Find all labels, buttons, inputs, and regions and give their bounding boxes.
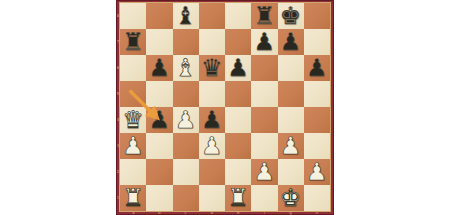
square-e3[interactable] <box>225 133 251 159</box>
square-b2[interactable] <box>146 159 172 185</box>
square-g7[interactable]: ♟ <box>278 29 304 55</box>
square-f5[interactable] <box>251 81 277 107</box>
square-b6[interactable]: ♟ <box>146 55 172 81</box>
square-h4[interactable] <box>304 107 330 133</box>
square-a3[interactable]: ♟ <box>120 133 146 159</box>
square-f4[interactable] <box>251 107 277 133</box>
file-label-b: b <box>156 211 162 215</box>
square-h7[interactable] <box>304 29 330 55</box>
square-d3[interactable]: ♟ <box>199 133 225 159</box>
square-h1[interactable] <box>304 185 330 211</box>
square-b8[interactable] <box>146 3 172 29</box>
square-e4[interactable] <box>225 107 251 133</box>
file-label-c: c <box>183 211 189 215</box>
square-h2[interactable]: ♟ <box>304 159 330 185</box>
square-a5[interactable] <box>120 81 146 107</box>
square-e5[interactable] <box>225 81 251 107</box>
piece-white-queen[interactable]: ♛ <box>120 107 146 133</box>
square-h5[interactable] <box>304 81 330 107</box>
square-e6[interactable]: ♟ <box>225 55 251 81</box>
square-b7[interactable] <box>146 29 172 55</box>
square-a4[interactable]: ♛ <box>120 107 146 133</box>
piece-white-king[interactable]: ♚ <box>278 185 304 211</box>
square-c5[interactable] <box>173 81 199 107</box>
square-d8[interactable] <box>199 3 225 29</box>
piece-black-king[interactable]: ♚ <box>278 3 304 29</box>
piece-black-pawn[interactable]: ♟ <box>146 107 172 133</box>
piece-white-pawn[interactable]: ♟ <box>304 159 330 185</box>
square-d5[interactable] <box>199 81 225 107</box>
square-g1[interactable]: ♚ <box>278 185 304 211</box>
square-g3[interactable]: ♟ <box>278 133 304 159</box>
square-a2[interactable] <box>120 159 146 185</box>
chess-board: ♝♜♚♜♟♟♟♝♛♟♟♛♟♟♟♟♟♟♟♟♜♜♚ <box>120 3 330 211</box>
square-a1[interactable]: ♜ <box>120 185 146 211</box>
square-f7[interactable]: ♟ <box>251 29 277 55</box>
chess-board-frame: ♝♜♚♜♟♟♟♝♛♟♟♛♟♟♟♟♟♟♟♟♜♜♚ 87654321abcdefgh <box>116 0 334 215</box>
square-c1[interactable] <box>173 185 199 211</box>
piece-black-rook[interactable]: ♜ <box>120 29 146 55</box>
square-f1[interactable] <box>251 185 277 211</box>
square-f3[interactable] <box>251 133 277 159</box>
square-e7[interactable] <box>225 29 251 55</box>
square-c7[interactable] <box>173 29 199 55</box>
piece-black-pawn[interactable]: ♟ <box>146 55 172 81</box>
square-b1[interactable] <box>146 185 172 211</box>
square-g8[interactable]: ♚ <box>278 3 304 29</box>
piece-white-pawn[interactable]: ♟ <box>120 133 146 159</box>
square-f8[interactable]: ♜ <box>251 3 277 29</box>
piece-black-bishop[interactable]: ♝ <box>173 3 199 29</box>
square-c8[interactable]: ♝ <box>173 3 199 29</box>
piece-white-rook[interactable]: ♜ <box>120 185 146 211</box>
square-g6[interactable] <box>278 55 304 81</box>
square-e8[interactable] <box>225 3 251 29</box>
square-d6[interactable]: ♛ <box>199 55 225 81</box>
piece-white-rook[interactable]: ♜ <box>225 185 251 211</box>
piece-white-pawn[interactable]: ♟ <box>173 107 199 133</box>
piece-white-pawn[interactable]: ♟ <box>278 133 304 159</box>
square-f2[interactable]: ♟ <box>251 159 277 185</box>
square-g4[interactable] <box>278 107 304 133</box>
square-d2[interactable] <box>199 159 225 185</box>
square-b4[interactable]: ♟ <box>146 107 172 133</box>
square-h3[interactable] <box>304 133 330 159</box>
square-c4[interactable]: ♟ <box>173 107 199 133</box>
piece-white-bishop[interactable]: ♝ <box>173 55 199 81</box>
file-label-f: f <box>261 211 267 215</box>
square-c6[interactable]: ♝ <box>173 55 199 81</box>
square-f6[interactable] <box>251 55 277 81</box>
square-a6[interactable] <box>120 55 146 81</box>
piece-black-pawn[interactable]: ♟ <box>225 55 251 81</box>
square-h6[interactable]: ♟ <box>304 55 330 81</box>
file-label-h: h <box>314 211 320 215</box>
piece-black-pawn[interactable]: ♟ <box>278 29 304 55</box>
square-d1[interactable] <box>199 185 225 211</box>
square-c2[interactable] <box>173 159 199 185</box>
file-label-d: d <box>209 211 215 215</box>
piece-black-pawn[interactable]: ♟ <box>199 107 225 133</box>
piece-black-pawn[interactable]: ♟ <box>304 55 330 81</box>
square-e1[interactable]: ♜ <box>225 185 251 211</box>
piece-white-pawn[interactable]: ♟ <box>199 133 225 159</box>
square-g5[interactable] <box>278 81 304 107</box>
square-a7[interactable]: ♜ <box>120 29 146 55</box>
square-a8[interactable] <box>120 3 146 29</box>
square-c3[interactable] <box>173 133 199 159</box>
piece-black-pawn[interactable]: ♟ <box>251 29 277 55</box>
square-e2[interactable] <box>225 159 251 185</box>
square-b5[interactable] <box>146 81 172 107</box>
square-h8[interactable] <box>304 3 330 29</box>
square-d7[interactable] <box>199 29 225 55</box>
piece-black-queen[interactable]: ♛ <box>199 55 225 81</box>
piece-white-pawn[interactable]: ♟ <box>251 159 277 185</box>
square-d4[interactable]: ♟ <box>199 107 225 133</box>
square-b3[interactable] <box>146 133 172 159</box>
piece-black-rook[interactable]: ♜ <box>251 3 277 29</box>
square-g2[interactable] <box>278 159 304 185</box>
